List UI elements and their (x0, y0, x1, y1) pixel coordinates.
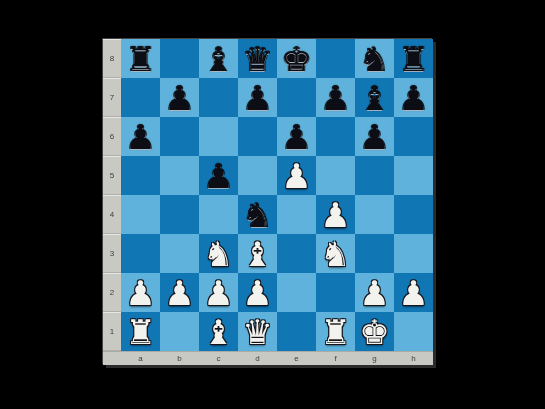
file-label-e: e (277, 354, 316, 363)
board-panel: 87654321 ♜♝♛♚♞♜♟♟♟♝♟♟♟♟♟♟♞♟♞♝♞♟♟♟♟♟♟♜♝♛♜… (103, 39, 433, 365)
piece-black-pawn-f7[interactable]: ♟ (320, 81, 350, 115)
square-c7[interactable] (199, 78, 238, 117)
square-f4[interactable]: ♟ (316, 195, 355, 234)
square-e2[interactable] (277, 273, 316, 312)
square-a8[interactable]: ♜ (121, 39, 160, 78)
square-a7[interactable] (121, 78, 160, 117)
rank-label-2: 2 (103, 273, 121, 312)
square-f3[interactable]: ♞ (316, 234, 355, 273)
square-h6[interactable] (394, 117, 433, 156)
square-e4[interactable] (277, 195, 316, 234)
piece-white-pawn-a2[interactable]: ♟ (125, 276, 155, 310)
square-f7[interactable]: ♟ (316, 78, 355, 117)
file-label-h: h (394, 354, 433, 363)
square-h7[interactable]: ♟ (394, 78, 433, 117)
square-e3[interactable] (277, 234, 316, 273)
square-b7[interactable]: ♟ (160, 78, 199, 117)
square-d1[interactable]: ♛ (238, 312, 277, 351)
square-f8[interactable] (316, 39, 355, 78)
piece-white-king-g1[interactable]: ♚ (359, 315, 389, 349)
square-g4[interactable] (355, 195, 394, 234)
square-a5[interactable] (121, 156, 160, 195)
square-d2[interactable]: ♟ (238, 273, 277, 312)
square-e1[interactable] (277, 312, 316, 351)
square-b3[interactable] (160, 234, 199, 273)
square-a1[interactable]: ♜ (121, 312, 160, 351)
square-g8[interactable]: ♞ (355, 39, 394, 78)
piece-white-knight-c3[interactable]: ♞ (203, 237, 233, 271)
piece-black-bishop-g7[interactable]: ♝ (359, 81, 389, 115)
rank-labels: 87654321 (103, 39, 121, 351)
piece-black-rook-h8[interactable]: ♜ (398, 42, 428, 76)
square-h1[interactable] (394, 312, 433, 351)
square-d6[interactable] (238, 117, 277, 156)
square-d3[interactable]: ♝ (238, 234, 277, 273)
piece-white-pawn-f4[interactable]: ♟ (320, 198, 350, 232)
piece-white-pawn-b2[interactable]: ♟ (164, 276, 194, 310)
square-d7[interactable]: ♟ (238, 78, 277, 117)
piece-white-pawn-g2[interactable]: ♟ (359, 276, 389, 310)
square-a6[interactable]: ♟ (121, 117, 160, 156)
square-f2[interactable] (316, 273, 355, 312)
square-a3[interactable] (121, 234, 160, 273)
piece-black-pawn-a6[interactable]: ♟ (125, 120, 155, 154)
square-c1[interactable]: ♝ (199, 312, 238, 351)
piece-white-pawn-c2[interactable]: ♟ (203, 276, 233, 310)
piece-black-knight-g8[interactable]: ♞ (359, 42, 389, 76)
square-g3[interactable] (355, 234, 394, 273)
piece-white-rook-a1[interactable]: ♜ (125, 315, 155, 349)
square-e7[interactable] (277, 78, 316, 117)
square-h3[interactable] (394, 234, 433, 273)
rank-label-3: 3 (103, 234, 121, 273)
square-f6[interactable] (316, 117, 355, 156)
rank-label-4: 4 (103, 195, 121, 234)
piece-white-bishop-d3[interactable]: ♝ (242, 237, 272, 271)
file-label-d: d (238, 354, 277, 363)
square-h2[interactable]: ♟ (394, 273, 433, 312)
rank-label-7: 7 (103, 78, 121, 117)
piece-black-pawn-g6[interactable]: ♟ (359, 120, 389, 154)
square-h5[interactable] (394, 156, 433, 195)
piece-black-king-e8[interactable]: ♚ (281, 42, 311, 76)
rank-label-6: 6 (103, 117, 121, 156)
square-c5[interactable]: ♟ (199, 156, 238, 195)
piece-black-bishop-c8[interactable]: ♝ (203, 42, 233, 76)
video-frame: 87654321 ♜♝♛♚♞♜♟♟♟♝♟♟♟♟♟♟♞♟♞♝♞♟♟♟♟♟♟♜♝♛♜… (0, 0, 545, 409)
square-a4[interactable] (121, 195, 160, 234)
square-b8[interactable] (160, 39, 199, 78)
chess-board[interactable]: ♜♝♛♚♞♜♟♟♟♝♟♟♟♟♟♟♞♟♞♝♞♟♟♟♟♟♟♜♝♛♜♚ (121, 39, 433, 351)
piece-white-pawn-d2[interactable]: ♟ (242, 276, 272, 310)
square-d5[interactable] (238, 156, 277, 195)
piece-black-pawn-d7[interactable]: ♟ (242, 81, 272, 115)
square-d4[interactable]: ♞ (238, 195, 277, 234)
square-b5[interactable] (160, 156, 199, 195)
file-label-b: b (160, 354, 199, 363)
piece-white-rook-f1[interactable]: ♜ (320, 315, 350, 349)
square-c6[interactable] (199, 117, 238, 156)
piece-white-knight-f3[interactable]: ♞ (320, 237, 350, 271)
square-h4[interactable] (394, 195, 433, 234)
piece-black-pawn-c5[interactable]: ♟ (203, 159, 233, 193)
square-b2[interactable]: ♟ (160, 273, 199, 312)
piece-white-queen-d1[interactable]: ♛ (242, 315, 272, 349)
square-b1[interactable] (160, 312, 199, 351)
square-c4[interactable] (199, 195, 238, 234)
square-b6[interactable] (160, 117, 199, 156)
file-label-g: g (355, 354, 394, 363)
piece-white-bishop-c1[interactable]: ♝ (203, 315, 233, 349)
file-label-f: f (316, 354, 355, 363)
piece-black-rook-a8[interactable]: ♜ (125, 42, 155, 76)
piece-white-pawn-e5[interactable]: ♟ (281, 159, 311, 193)
square-g5[interactable] (355, 156, 394, 195)
rank-label-8: 8 (103, 39, 121, 78)
rank-label-1: 1 (103, 312, 121, 351)
piece-black-knight-d4[interactable]: ♞ (242, 198, 272, 232)
piece-black-queen-d8[interactable]: ♛ (242, 42, 272, 76)
piece-black-pawn-e6[interactable]: ♟ (281, 120, 311, 154)
piece-white-pawn-h2[interactable]: ♟ (398, 276, 428, 310)
square-a2[interactable]: ♟ (121, 273, 160, 312)
square-g7[interactable]: ♝ (355, 78, 394, 117)
square-e8[interactable]: ♚ (277, 39, 316, 78)
square-e5[interactable]: ♟ (277, 156, 316, 195)
square-g2[interactable]: ♟ (355, 273, 394, 312)
square-e6[interactable]: ♟ (277, 117, 316, 156)
square-d8[interactable]: ♛ (238, 39, 277, 78)
rank-label-5: 5 (103, 156, 121, 195)
square-c2[interactable]: ♟ (199, 273, 238, 312)
square-c3[interactable]: ♞ (199, 234, 238, 273)
file-label-c: c (199, 354, 238, 363)
piece-black-pawn-b7[interactable]: ♟ (164, 81, 194, 115)
file-label-a: a (121, 354, 160, 363)
square-g1[interactable]: ♚ (355, 312, 394, 351)
square-b4[interactable] (160, 195, 199, 234)
square-g6[interactable]: ♟ (355, 117, 394, 156)
piece-black-pawn-h7[interactable]: ♟ (398, 81, 428, 115)
square-f1[interactable]: ♜ (316, 312, 355, 351)
square-h8[interactable]: ♜ (394, 39, 433, 78)
square-c8[interactable]: ♝ (199, 39, 238, 78)
square-f5[interactable] (316, 156, 355, 195)
file-labels: abcdefgh (103, 351, 433, 365)
